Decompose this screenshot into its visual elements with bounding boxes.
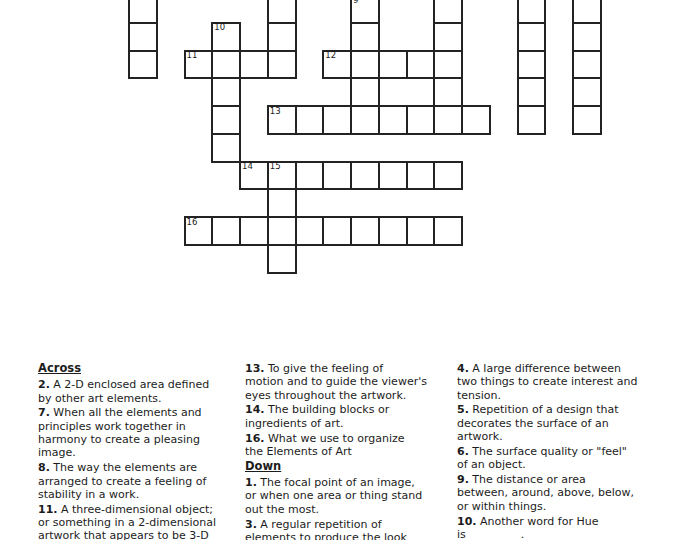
grid-cell[interactable] [433,216,463,246]
clue-text: The surface quality or "feel" of an obje… [457,445,627,471]
clue-6: 6. The surface quality or "feel" of an o… [457,445,699,472]
clue-1: 1. The focal point of an image, or when … [245,476,455,516]
clue-11: 11. A three-dimensional object; or somet… [38,503,246,540]
grid-cell[interactable] [461,105,491,135]
grid-cell[interactable] [267,0,297,24]
clue-text: When all the elements and principles wor… [38,406,202,459]
grid-cell[interactable] [572,0,602,24]
grid-cell[interactable] [322,216,352,246]
grid-cell[interactable] [295,216,325,246]
grid-cell[interactable] [378,50,408,80]
clue-number: 2. [38,378,50,391]
across-header: Across [38,362,246,375]
clue-text: Another word for Hue is__________. [457,515,598,540]
grid-cell[interactable] [295,161,325,191]
grid-cell[interactable] [517,50,547,80]
grid-cell[interactable] [406,105,436,135]
grid-cell[interactable] [350,22,380,52]
clue-text: The way the elements are arranged to cre… [38,461,206,501]
clue-number: 9. [457,473,469,486]
clue-text: Repetition of a design that decorates th… [457,403,619,443]
grid-cell[interactable] [406,216,436,246]
grid-cell[interactable] [406,50,436,80]
grid-cell[interactable] [128,0,158,24]
clue-number: 4. [457,362,469,375]
grid-cell[interactable] [350,77,380,107]
grid-cell[interactable] [378,105,408,135]
clue-8: 8. The way the elements are arranged to … [38,461,246,501]
clue-text: The building blocks or ingredients of ar… [245,403,389,429]
clue-number: 6. [457,445,469,458]
clue-number: 14. [245,403,265,416]
clue-number: 5. [457,403,469,416]
grid-cell[interactable] [572,22,602,52]
grid-cell[interactable] [239,161,269,191]
clue-text: To give the feeling of motion and to gui… [245,362,427,402]
grid-cell[interactable] [211,50,241,80]
clue-14: 14. The building blocks or ingredients o… [245,403,455,430]
clue-text: A large difference between two things to… [457,362,637,402]
clue-number: 11. [38,503,58,516]
grid-cell[interactable] [572,105,602,135]
clue-10: 10. Another word for Hue is__________. [457,515,699,540]
clue-text: The focal point of an image, or when one… [245,476,422,516]
grid-cell[interactable] [239,216,269,246]
grid-cell[interactable] [267,50,297,80]
clues-column-3: 4. A large difference between two things… [457,362,699,540]
clue-number: 10. [457,515,477,528]
crossword-page: { "game": "crossword", "position": { "ro… [0,0,700,540]
grid-cell[interactable] [211,77,241,107]
grid-cell[interactable] [350,0,380,24]
clues-column-1: Across2. A 2-D enclosed area defined by … [38,362,246,540]
grid-cell[interactable] [378,216,408,246]
grid-cell[interactable] [267,105,297,135]
grid-cell[interactable] [267,161,297,191]
grid-cell[interactable] [184,50,214,80]
grid-cell[interactable] [517,22,547,52]
clue-2: 2. A 2-D enclosed area defined by other … [38,378,246,405]
clue-text: A 2-D enclosed area defined by other art… [38,378,209,404]
grid-cell[interactable] [267,22,297,52]
grid-cell[interactable] [128,22,158,52]
clue-9: 9. The distance or area between, around,… [457,473,699,513]
grid-cell[interactable] [378,161,408,191]
grid-cell[interactable] [322,105,352,135]
grid-cell[interactable] [295,105,325,135]
clue-4: 4. A large difference between two things… [457,362,699,402]
clue-text: What we use to organize the Elements of … [245,432,405,458]
grid-cell[interactable] [350,216,380,246]
clue-text: A regular repetition of elements to prod… [245,518,407,540]
clue-13: 13. To give the feeling of motion and to… [245,362,455,402]
grid-cell[interactable] [350,50,380,80]
grid-cell[interactable] [128,50,158,80]
clue-number: 16. [245,432,265,445]
grid-cell[interactable] [184,216,214,246]
grid-cell[interactable] [350,105,380,135]
clue-number: 7. [38,406,50,419]
grid-cell[interactable] [322,50,352,80]
grid-cell[interactable] [433,22,463,52]
down-header: Down [245,460,455,473]
grid-cell[interactable] [433,77,463,107]
grid-cell[interactable] [239,50,269,80]
grid-cell[interactable] [572,50,602,80]
grid-cell[interactable] [211,133,241,163]
grid-cell[interactable] [433,105,463,135]
grid-cell[interactable] [211,105,241,135]
grid-cell[interactable] [267,216,297,246]
clue-text: The distance or area between, around, ab… [457,473,634,513]
grid-cell[interactable] [572,77,602,107]
grid-cell[interactable] [517,0,547,24]
grid-cell[interactable] [433,161,463,191]
grid-cell[interactable] [517,77,547,107]
clue-16: 16. What we use to organize the Elements… [245,432,455,459]
grid-cell[interactable] [211,22,241,52]
clue-3: 3. A regular repetition of elements to p… [245,518,455,540]
grid-cell[interactable] [350,161,380,191]
clue-number: 1. [245,476,257,489]
clue-text: A three-dimensional object; or something… [38,503,216,540]
grid-cell[interactable] [267,188,297,218]
clues-column-2: 13. To give the feeling of motion and to… [245,362,455,540]
grid-cell[interactable] [267,244,297,274]
clue-number: 8. [38,461,50,474]
grid-cell[interactable] [322,161,352,191]
grid-cell[interactable] [211,216,241,246]
grid-cell[interactable] [433,50,463,80]
clue-number: 13. [245,362,265,375]
clue-number: 3. [245,518,257,531]
clue-5: 5. Repetition of a design that decorates… [457,403,699,443]
grid-cell[interactable] [406,161,436,191]
crossword-grid: 910111213141516 [128,0,601,273]
grid-cell[interactable] [433,0,463,24]
grid-cell[interactable] [517,105,547,135]
clue-7: 7. When all the elements and principles … [38,406,246,459]
